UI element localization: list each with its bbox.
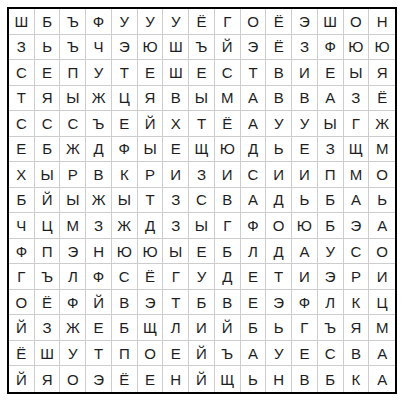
cell-r9c1[interactable]: Ч (9, 213, 35, 239)
cell-r12c3[interactable]: Ф (60, 290, 86, 316)
cell-r10c3[interactable]: Э (60, 239, 86, 265)
cell-r14c15[interactable]: А (369, 341, 395, 367)
cell-r6c4[interactable]: Д (86, 137, 112, 163)
cell-r13c8[interactable]: И (189, 315, 215, 341)
cell-r9c7[interactable]: З (163, 213, 189, 239)
cell-r15c14[interactable]: К (344, 366, 370, 392)
cell-r13c7[interactable]: Л (163, 315, 189, 341)
cell-r1c9[interactable]: Г (215, 9, 241, 35)
cell-r13c6[interactable]: Щ (138, 315, 164, 341)
cell-r11c8[interactable]: У (189, 264, 215, 290)
cell-r5c7[interactable]: Х (163, 111, 189, 137)
cell-r13c10[interactable]: Б (241, 315, 267, 341)
cell-r10c11[interactable]: Д (266, 239, 292, 265)
cell-r7c15[interactable]: О (369, 162, 395, 188)
cell-r14c2[interactable]: Ш (35, 341, 61, 367)
cell-r14c6[interactable]: О (138, 341, 164, 367)
cell-r3c2[interactable]: Е (35, 60, 61, 86)
cell-r14c12[interactable]: Е (292, 341, 318, 367)
cell-r11c6[interactable]: Ё (138, 264, 164, 290)
cell-r5c9[interactable]: Ё (215, 111, 241, 137)
cell-r13c11[interactable]: Ь (266, 315, 292, 341)
cell-r7c11[interactable]: И (266, 162, 292, 188)
cell-r3c5[interactable]: Т (112, 60, 138, 86)
cell-r9c6[interactable]: Д (138, 213, 164, 239)
cell-r2c9[interactable]: Й (215, 35, 241, 61)
cell-r4c12[interactable]: В (292, 86, 318, 112)
cell-r15c5[interactable]: Ё (112, 366, 138, 392)
cell-r14c4[interactable]: Т (86, 341, 112, 367)
cell-r1c7[interactable]: У (163, 9, 189, 35)
cell-r3c4[interactable]: У (86, 60, 112, 86)
cell-r5c13[interactable]: Ы (318, 111, 344, 137)
cell-r9c15[interactable]: А (369, 213, 395, 239)
cell-r1c2[interactable]: Б (35, 9, 61, 35)
cell-r10c1[interactable]: Ф (9, 239, 35, 265)
cell-r4c4[interactable]: Ж (86, 86, 112, 112)
cell-r13c14[interactable]: Я (344, 315, 370, 341)
cell-r10c15[interactable]: О (369, 239, 395, 265)
cell-r12c2[interactable]: Ё (35, 290, 61, 316)
cell-r4c7[interactable]: В (163, 86, 189, 112)
cell-r5c6[interactable]: Й (138, 111, 164, 137)
cell-r13c12[interactable]: Г (292, 315, 318, 341)
cell-r13c2[interactable]: З (35, 315, 61, 341)
cell-r6c6[interactable]: Ы (138, 137, 164, 163)
cell-r3c14[interactable]: Ы (344, 60, 370, 86)
cell-r12c12[interactable]: Ф (292, 290, 318, 316)
cell-r13c9[interactable]: Й (215, 315, 241, 341)
cell-r2c10[interactable]: Э (241, 35, 267, 61)
cell-r6c8[interactable]: Щ (189, 137, 215, 163)
cell-r11c13[interactable]: Э (318, 264, 344, 290)
cell-r12c7[interactable]: Т (163, 290, 189, 316)
cell-r1c10[interactable]: О (241, 9, 267, 35)
cell-r7c1[interactable]: Х (9, 162, 35, 188)
cell-r1c12[interactable]: Э (292, 9, 318, 35)
cell-r3c12[interactable]: И (292, 60, 318, 86)
cell-r9c8[interactable]: Ы (189, 213, 215, 239)
cell-r14c13[interactable]: С (318, 341, 344, 367)
cell-r14c1[interactable]: Ё (9, 341, 35, 367)
cell-r7c5[interactable]: К (112, 162, 138, 188)
cell-r1c11[interactable]: Ё (266, 9, 292, 35)
cell-r8c3[interactable]: Ы (60, 188, 86, 214)
cell-r5c8[interactable]: Т (189, 111, 215, 137)
cell-r15c3[interactable]: О (60, 366, 86, 392)
cell-r12c6[interactable]: Э (138, 290, 164, 316)
cell-r1c13[interactable]: Ш (318, 9, 344, 35)
cell-r10c5[interactable]: Ю (112, 239, 138, 265)
cell-r10c4[interactable]: Н (86, 239, 112, 265)
cell-r11c4[interactable]: Ф (86, 264, 112, 290)
cell-r2c8[interactable]: Ъ (189, 35, 215, 61)
cell-r2c3[interactable]: Ъ (60, 35, 86, 61)
cell-r8c7[interactable]: З (163, 188, 189, 214)
cell-r11c7[interactable]: Г (163, 264, 189, 290)
cell-r15c4[interactable]: Э (86, 366, 112, 392)
cell-r6c10[interactable]: Д (241, 137, 267, 163)
cell-r6c14[interactable]: Щ (344, 137, 370, 163)
cell-r9c9[interactable]: Г (215, 213, 241, 239)
cell-r8c2[interactable]: Й (35, 188, 61, 214)
cell-r5c4[interactable]: Ъ (86, 111, 112, 137)
cell-r8c11[interactable]: Д (266, 188, 292, 214)
cell-r7c3[interactable]: Р (60, 162, 86, 188)
cell-r8c15[interactable]: Ь (369, 188, 395, 214)
cell-r3c15[interactable]: Я (369, 60, 395, 86)
cell-r14c14[interactable]: В (344, 341, 370, 367)
cell-r12c15[interactable]: Ц (369, 290, 395, 316)
cell-r9c13[interactable]: Б (318, 213, 344, 239)
cell-r4c11[interactable]: В (266, 86, 292, 112)
cell-r12c1[interactable]: О (9, 290, 35, 316)
cell-r12c14[interactable]: К (344, 290, 370, 316)
cell-r5c5[interactable]: Е (112, 111, 138, 137)
cell-r14c11[interactable]: У (266, 341, 292, 367)
cell-r11c11[interactable]: Т (266, 264, 292, 290)
cell-r7c12[interactable]: И (292, 162, 318, 188)
cell-r8c4[interactable]: Ж (86, 188, 112, 214)
cell-r7c7[interactable]: И (163, 162, 189, 188)
cell-r1c15[interactable]: Н (369, 9, 395, 35)
cell-r13c15[interactable]: М (369, 315, 395, 341)
cell-r14c8[interactable]: Й (189, 341, 215, 367)
cell-r6c12[interactable]: Е (292, 137, 318, 163)
cell-r3c3[interactable]: П (60, 60, 86, 86)
cell-r9c2[interactable]: Ц (35, 213, 61, 239)
cell-r11c2[interactable]: Ъ (35, 264, 61, 290)
cell-r2c15[interactable]: Ю (369, 35, 395, 61)
cell-r7c9[interactable]: И (215, 162, 241, 188)
cell-r15c9[interactable]: Щ (215, 366, 241, 392)
cell-r10c2[interactable]: П (35, 239, 61, 265)
cell-r5c10[interactable]: А (241, 111, 267, 137)
cell-r15c10[interactable]: Ь (241, 366, 267, 392)
cell-r3c10[interactable]: Т (241, 60, 267, 86)
cell-r10c13[interactable]: У (318, 239, 344, 265)
cell-r7c14[interactable]: М (344, 162, 370, 188)
cell-r10c8[interactable]: Е (189, 239, 215, 265)
cell-r7c8[interactable]: З (189, 162, 215, 188)
cell-r1c4[interactable]: Ф (86, 9, 112, 35)
cell-r11c15[interactable]: И (369, 264, 395, 290)
cell-r8c13[interactable]: Б (318, 188, 344, 214)
cell-r8c14[interactable]: А (344, 188, 370, 214)
cell-r11c3[interactable]: Л (60, 264, 86, 290)
cell-r15c7[interactable]: Н (163, 366, 189, 392)
cell-r11c9[interactable]: Д (215, 264, 241, 290)
cell-r11c5[interactable]: С (112, 264, 138, 290)
cell-r2c13[interactable]: Ф (318, 35, 344, 61)
cell-r5c2[interactable]: С (35, 111, 61, 137)
cell-r2c11[interactable]: Ё (266, 35, 292, 61)
cell-r5c14[interactable]: Г (344, 111, 370, 137)
cell-r10c7[interactable]: Ы (163, 239, 189, 265)
cell-r3c7[interactable]: Ш (163, 60, 189, 86)
cell-r13c5[interactable]: Б (112, 315, 138, 341)
cell-r13c1[interactable]: Й (9, 315, 35, 341)
cell-r10c9[interactable]: Б (215, 239, 241, 265)
cell-r11c10[interactable]: Е (241, 264, 267, 290)
cell-r1c5[interactable]: У (112, 9, 138, 35)
cell-r5c15[interactable]: Ж (369, 111, 395, 137)
cell-r2c6[interactable]: Ю (138, 35, 164, 61)
cell-r15c11[interactable]: Н (266, 366, 292, 392)
cell-r5c1[interactable]: С (9, 111, 35, 137)
cell-r11c1[interactable]: Г (9, 264, 35, 290)
cell-r4c9[interactable]: М (215, 86, 241, 112)
cell-r2c5[interactable]: Э (112, 35, 138, 61)
cell-r4c8[interactable]: Ы (189, 86, 215, 112)
cell-r14c7[interactable]: Е (163, 341, 189, 367)
cell-r1c1[interactable]: Ш (9, 9, 35, 35)
cell-r15c8[interactable]: Й (189, 366, 215, 392)
cell-r7c2[interactable]: Ы (35, 162, 61, 188)
cell-r8c12[interactable]: Ь (292, 188, 318, 214)
cell-r5c3[interactable]: С (60, 111, 86, 137)
cell-r2c14[interactable]: Ю (344, 35, 370, 61)
cell-r15c15[interactable]: А (369, 366, 395, 392)
cell-r9c12[interactable]: Ю (292, 213, 318, 239)
word-search-board: ШБЪФУУУЁГОЁЭШОНЗЬЪЧЭЮШЪЙЭЁЗФЮЮСЕПУТЕШЕСТ… (7, 7, 397, 394)
cell-r4c5[interactable]: Ц (112, 86, 138, 112)
cell-r2c7[interactable]: Ш (163, 35, 189, 61)
cell-r14c9[interactable]: Ъ (215, 341, 241, 367)
cell-r3c1[interactable]: С (9, 60, 35, 86)
cell-r8c10[interactable]: А (241, 188, 267, 214)
cell-r11c12[interactable]: И (292, 264, 318, 290)
cell-r4c2[interactable]: Я (35, 86, 61, 112)
cell-r2c12[interactable]: З (292, 35, 318, 61)
cell-r10c14[interactable]: С (344, 239, 370, 265)
cell-r6c11[interactable]: Ь (266, 137, 292, 163)
cell-r6c15[interactable]: М (369, 137, 395, 163)
cell-r6c5[interactable]: Ф (112, 137, 138, 163)
cell-r4c3[interactable]: Ы (60, 86, 86, 112)
cell-r8c1[interactable]: Б (9, 188, 35, 214)
cell-r15c6[interactable]: Е (138, 366, 164, 392)
cell-r4c14[interactable]: З (344, 86, 370, 112)
cell-r3c13[interactable]: Е (318, 60, 344, 86)
cell-r1c6[interactable]: У (138, 9, 164, 35)
cell-r6c9[interactable]: Ю (215, 137, 241, 163)
cell-r15c12[interactable]: В (292, 366, 318, 392)
cell-r6c3[interactable]: Ж (60, 137, 86, 163)
cell-r13c3[interactable]: Ж (60, 315, 86, 341)
cell-r14c3[interactable]: У (60, 341, 86, 367)
cell-r3c9[interactable]: С (215, 60, 241, 86)
cell-r6c13[interactable]: З (318, 137, 344, 163)
cell-r15c13[interactable]: Б (318, 366, 344, 392)
cell-r2c1[interactable]: З (9, 35, 35, 61)
cell-r6c1[interactable]: Е (9, 137, 35, 163)
cell-r7c13[interactable]: П (318, 162, 344, 188)
cell-r1c3[interactable]: Ъ (60, 9, 86, 35)
cell-r14c10[interactable]: А (241, 341, 267, 367)
cell-r4c15[interactable]: Ё (369, 86, 395, 112)
cell-r10c10[interactable]: Л (241, 239, 267, 265)
cell-r3c8[interactable]: Е (189, 60, 215, 86)
cell-r12c10[interactable]: Е (241, 290, 267, 316)
cell-r9c4[interactable]: З (86, 213, 112, 239)
cell-r10c12[interactable]: А (292, 239, 318, 265)
cell-r13c4[interactable]: Е (86, 315, 112, 341)
cell-r12c9[interactable]: В (215, 290, 241, 316)
cell-r7c10[interactable]: С (241, 162, 267, 188)
cell-r14c5[interactable]: П (112, 341, 138, 367)
cell-r7c6[interactable]: Р (138, 162, 164, 188)
cell-r12c4[interactable]: Й (86, 290, 112, 316)
cell-r6c2[interactable]: Б (35, 137, 61, 163)
cell-r4c13[interactable]: А (318, 86, 344, 112)
cell-r15c1[interactable]: Й (9, 366, 35, 392)
cell-r9c10[interactable]: Ф (241, 213, 267, 239)
cell-r11c14[interactable]: Р (344, 264, 370, 290)
cell-r2c2[interactable]: Ь (35, 35, 61, 61)
cell-r5c12[interactable]: У (292, 111, 318, 137)
cell-r1c14[interactable]: О (344, 9, 370, 35)
cell-r13c13[interactable]: Ъ (318, 315, 344, 341)
cell-r8c8[interactable]: С (189, 188, 215, 214)
cell-r12c8[interactable]: Б (189, 290, 215, 316)
cell-r6c7[interactable]: Е (163, 137, 189, 163)
cell-r9c5[interactable]: Ж (112, 213, 138, 239)
cell-r10c6[interactable]: Ю (138, 239, 164, 265)
cell-r9c14[interactable]: Э (344, 213, 370, 239)
cell-r12c13[interactable]: Л (318, 290, 344, 316)
cell-r7c4[interactable]: В (86, 162, 112, 188)
cell-r9c11[interactable]: О (266, 213, 292, 239)
cell-r3c6[interactable]: Е (138, 60, 164, 86)
cell-r12c11[interactable]: Э (266, 290, 292, 316)
cell-r12c5[interactable]: В (112, 290, 138, 316)
cell-r8c9[interactable]: В (215, 188, 241, 214)
cell-r9c3[interactable]: М (60, 213, 86, 239)
cell-r4c10[interactable]: А (241, 86, 267, 112)
cell-r2c4[interactable]: Ч (86, 35, 112, 61)
cell-r4c1[interactable]: Т (9, 86, 35, 112)
cell-r8c5[interactable]: Ы (112, 188, 138, 214)
cell-r15c2[interactable]: Я (35, 366, 61, 392)
cell-r1c8[interactable]: Ё (189, 9, 215, 35)
cell-r4c6[interactable]: Я (138, 86, 164, 112)
cell-r3c11[interactable]: В (266, 60, 292, 86)
cell-r5c11[interactable]: У (266, 111, 292, 137)
cell-r8c6[interactable]: Т (138, 188, 164, 214)
